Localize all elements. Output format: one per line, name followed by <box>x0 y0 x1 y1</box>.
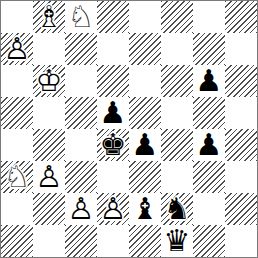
square-h6[interactable] <box>225 65 257 97</box>
square-b5[interactable] <box>33 97 65 129</box>
black-bishop[interactable]: ♝♝ <box>129 193 161 225</box>
square-d7[interactable] <box>97 33 129 65</box>
square-f6[interactable] <box>161 65 193 97</box>
square-h2[interactable] <box>225 193 257 225</box>
square-g6[interactable]: ♟♟ <box>193 65 225 97</box>
square-d6[interactable] <box>97 65 129 97</box>
square-e2[interactable]: ♝♝ <box>129 193 161 225</box>
square-f5[interactable] <box>161 97 193 129</box>
square-c1[interactable] <box>65 225 97 257</box>
square-f2[interactable]: ♞♞ <box>161 193 193 225</box>
white-king[interactable]: ♚♔ <box>33 65 65 97</box>
piece-glyph: ♟ <box>100 98 127 128</box>
square-d2[interactable]: ♟♙ <box>97 193 129 225</box>
square-d8[interactable] <box>97 1 129 33</box>
square-d3[interactable] <box>97 161 129 193</box>
square-g8[interactable] <box>193 1 225 33</box>
white-knight[interactable]: ♞♘ <box>1 161 33 193</box>
piece-glyph: ♛ <box>164 226 191 256</box>
square-e4[interactable]: ♟♟ <box>129 129 161 161</box>
square-f7[interactable] <box>161 33 193 65</box>
square-b7[interactable] <box>33 33 65 65</box>
square-f8[interactable] <box>161 1 193 33</box>
piece-glyph: ♙ <box>100 194 127 224</box>
square-d5[interactable]: ♟♟ <box>97 97 129 129</box>
square-g7[interactable] <box>193 33 225 65</box>
white-knight[interactable]: ♞♘ <box>65 1 97 33</box>
piece-glyph: ♙ <box>4 34 31 64</box>
piece-glyph: ♗ <box>36 2 63 32</box>
square-d1[interactable] <box>97 225 129 257</box>
piece-glyph: ♟ <box>132 130 159 160</box>
square-e5[interactable] <box>129 97 161 129</box>
square-e8[interactable] <box>129 1 161 33</box>
black-pawn[interactable]: ♟♟ <box>129 129 161 161</box>
white-pawn[interactable]: ♟♙ <box>65 193 97 225</box>
piece-glyph: ♔ <box>36 66 63 96</box>
square-c7[interactable] <box>65 33 97 65</box>
square-a7[interactable]: ♟♙ <box>1 33 33 65</box>
white-pawn[interactable]: ♟♙ <box>1 33 33 65</box>
square-c4[interactable] <box>65 129 97 161</box>
black-queen[interactable]: ♛♛ <box>161 225 193 257</box>
black-pawn[interactable]: ♟♟ <box>193 65 225 97</box>
square-h1[interactable] <box>225 225 257 257</box>
square-h5[interactable] <box>225 97 257 129</box>
piece-glyph: ♙ <box>68 194 95 224</box>
square-g1[interactable] <box>193 225 225 257</box>
piece-glyph: ♘ <box>68 2 95 32</box>
square-g4[interactable]: ♟♟ <box>193 129 225 161</box>
black-pawn[interactable]: ♟♟ <box>97 97 129 129</box>
square-f3[interactable] <box>161 161 193 193</box>
square-c6[interactable] <box>65 65 97 97</box>
piece-glyph: ♙ <box>36 162 63 192</box>
white-bishop[interactable]: ♝♗ <box>33 1 65 33</box>
square-h7[interactable] <box>225 33 257 65</box>
square-g2[interactable] <box>193 193 225 225</box>
square-a3[interactable]: ♞♘ <box>1 161 33 193</box>
piece-glyph: ♚ <box>100 130 127 160</box>
white-pawn[interactable]: ♟♙ <box>97 193 129 225</box>
white-pawn[interactable]: ♟♙ <box>33 161 65 193</box>
square-b8[interactable]: ♝♗ <box>33 1 65 33</box>
square-e6[interactable] <box>129 65 161 97</box>
square-f1[interactable]: ♛♛ <box>161 225 193 257</box>
piece-glyph: ♟ <box>196 66 223 96</box>
square-h4[interactable] <box>225 129 257 161</box>
square-d4[interactable]: ♚♚ <box>97 129 129 161</box>
square-e1[interactable] <box>129 225 161 257</box>
square-c8[interactable]: ♞♘ <box>65 1 97 33</box>
square-g3[interactable] <box>193 161 225 193</box>
square-b4[interactable] <box>33 129 65 161</box>
square-a8[interactable] <box>1 1 33 33</box>
square-e3[interactable] <box>129 161 161 193</box>
black-knight[interactable]: ♞♞ <box>161 193 193 225</box>
square-a5[interactable] <box>1 97 33 129</box>
square-c2[interactable]: ♟♙ <box>65 193 97 225</box>
square-a4[interactable] <box>1 129 33 161</box>
square-c5[interactable] <box>65 97 97 129</box>
square-g5[interactable] <box>193 97 225 129</box>
piece-glyph: ♘ <box>4 162 31 192</box>
piece-glyph: ♞ <box>164 194 191 224</box>
square-a6[interactable] <box>1 65 33 97</box>
piece-glyph: ♝ <box>132 194 159 224</box>
square-b3[interactable]: ♟♙ <box>33 161 65 193</box>
black-king[interactable]: ♚♚ <box>97 129 129 161</box>
square-e7[interactable] <box>129 33 161 65</box>
square-h3[interactable] <box>225 161 257 193</box>
square-h8[interactable] <box>225 1 257 33</box>
square-b1[interactable] <box>33 225 65 257</box>
square-b6[interactable]: ♚♔ <box>33 65 65 97</box>
square-a2[interactable] <box>1 193 33 225</box>
square-f4[interactable] <box>161 129 193 161</box>
square-a1[interactable] <box>1 225 33 257</box>
square-c3[interactable] <box>65 161 97 193</box>
piece-glyph: ♟ <box>196 130 223 160</box>
square-b2[interactable] <box>33 193 65 225</box>
chessboard: ♝♗♞♘♟♙♚♔♟♟♟♟♚♚♟♟♟♟♞♘♟♙♟♙♟♙♝♝♞♞♛♛ <box>1 1 257 257</box>
chessboard-frame: ♝♗♞♘♟♙♚♔♟♟♟♟♚♚♟♟♟♟♞♘♟♙♟♙♟♙♝♝♞♞♛♛ <box>0 0 258 258</box>
black-pawn[interactable]: ♟♟ <box>193 129 225 161</box>
